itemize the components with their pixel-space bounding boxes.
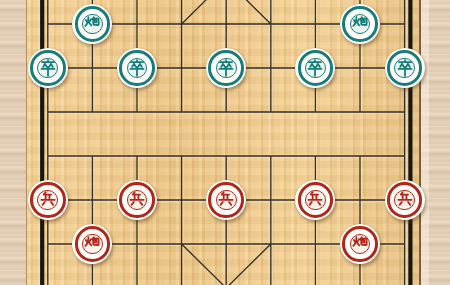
piece-black-soldier[interactable]: [28, 48, 68, 88]
piece-black-soldier[interactable]: [117, 48, 157, 88]
piece-face: [305, 58, 326, 79]
piece-black-soldier[interactable]: [385, 48, 425, 88]
piece-face: [394, 190, 415, 211]
piece-red-soldier[interactable]: [28, 180, 68, 220]
piece-face: [394, 58, 415, 79]
piece-face: [127, 190, 148, 211]
piece-face: [82, 234, 103, 255]
soldier-character-icon: [39, 59, 57, 77]
piece-face: [82, 14, 103, 35]
piece-red-cannon[interactable]: [72, 224, 112, 264]
cannon-character-icon: [351, 235, 369, 253]
piece-face: [37, 190, 58, 211]
soldier-character-icon: [217, 59, 235, 77]
xiangqi-board-view: [0, 0, 450, 285]
soldier-character-icon: [128, 59, 146, 77]
piece-face: [350, 234, 371, 255]
piece-face: [305, 190, 326, 211]
piece-face: [350, 14, 371, 35]
cannon-character-icon: [83, 235, 101, 253]
soldier-character-icon: [128, 191, 146, 209]
piece-face: [216, 190, 237, 211]
piece-black-cannon[interactable]: [72, 4, 112, 44]
cannon-character-icon: [351, 15, 369, 33]
soldier-character-icon: [396, 191, 414, 209]
piece-black-soldier[interactable]: [295, 48, 335, 88]
soldier-character-icon: [306, 191, 324, 209]
soldier-character-icon: [396, 59, 414, 77]
piece-grid: [26, 2, 427, 266]
piece-red-cannon[interactable]: [340, 224, 380, 264]
piece-red-soldier[interactable]: [206, 180, 246, 220]
piece-black-cannon[interactable]: [340, 4, 380, 44]
piece-red-soldier[interactable]: [117, 180, 157, 220]
piece-face: [37, 58, 58, 79]
soldier-character-icon: [217, 191, 235, 209]
piece-face: [216, 58, 237, 79]
piece-red-soldier[interactable]: [385, 180, 425, 220]
piece-face: [127, 58, 148, 79]
piece-black-soldier[interactable]: [206, 48, 246, 88]
piece-red-soldier[interactable]: [295, 180, 335, 220]
soldier-character-icon: [306, 59, 324, 77]
cannon-character-icon: [83, 15, 101, 33]
soldier-character-icon: [39, 191, 57, 209]
